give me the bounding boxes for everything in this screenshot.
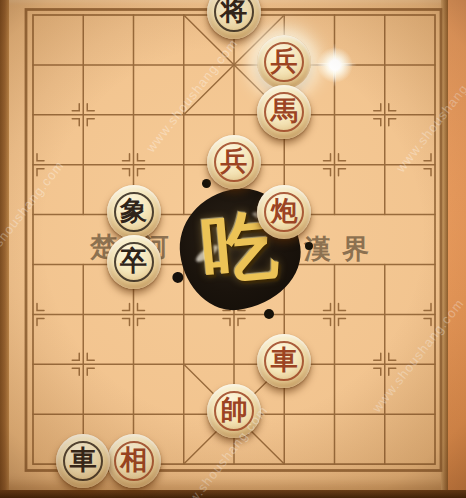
piece-red-soldier[interactable]: 兵 bbox=[207, 135, 261, 189]
piece-black-elephant[interactable]: 象 bbox=[107, 185, 161, 239]
piece-red-general[interactable]: 帥 bbox=[207, 384, 261, 438]
piece-glyph: 将 bbox=[207, 0, 261, 39]
piece-red-elephant[interactable]: 相 bbox=[107, 434, 161, 488]
piece-glyph: 馬 bbox=[257, 85, 311, 139]
move-target-sparkle-icon[interactable] bbox=[317, 47, 353, 83]
piece-glyph: 卒 bbox=[107, 235, 161, 289]
piece-black-chariot[interactable]: 車 bbox=[56, 434, 110, 488]
piece-red-horse[interactable]: 馬 bbox=[257, 85, 311, 139]
piece-glyph: 車 bbox=[257, 334, 311, 388]
river-text-right: 漢界 bbox=[304, 231, 380, 267]
piece-red-soldier[interactable]: 兵 bbox=[257, 35, 311, 89]
xiangqi-game-screen: 楚河 漢界 吃 将兵馬兵象炮卒車帥相車 www.shoushang.com ww… bbox=[0, 0, 466, 498]
ink-splat-dot bbox=[305, 242, 313, 250]
piece-glyph: 炮 bbox=[257, 185, 311, 239]
sparkle-core bbox=[317, 47, 353, 83]
piece-red-cannon[interactable]: 炮 bbox=[257, 185, 311, 239]
piece-black-general[interactable]: 将 bbox=[207, 0, 261, 39]
piece-glyph: 車 bbox=[56, 434, 110, 488]
ink-splat-dot bbox=[264, 309, 274, 319]
piece-glyph: 帥 bbox=[207, 384, 261, 438]
piece-glyph: 兵 bbox=[257, 35, 311, 89]
piece-red-chariot[interactable]: 車 bbox=[257, 334, 311, 388]
piece-glyph: 相 bbox=[107, 434, 161, 488]
piece-black-soldier[interactable]: 卒 bbox=[107, 235, 161, 289]
piece-glyph: 兵 bbox=[207, 135, 261, 189]
piece-glyph: 象 bbox=[107, 185, 161, 239]
